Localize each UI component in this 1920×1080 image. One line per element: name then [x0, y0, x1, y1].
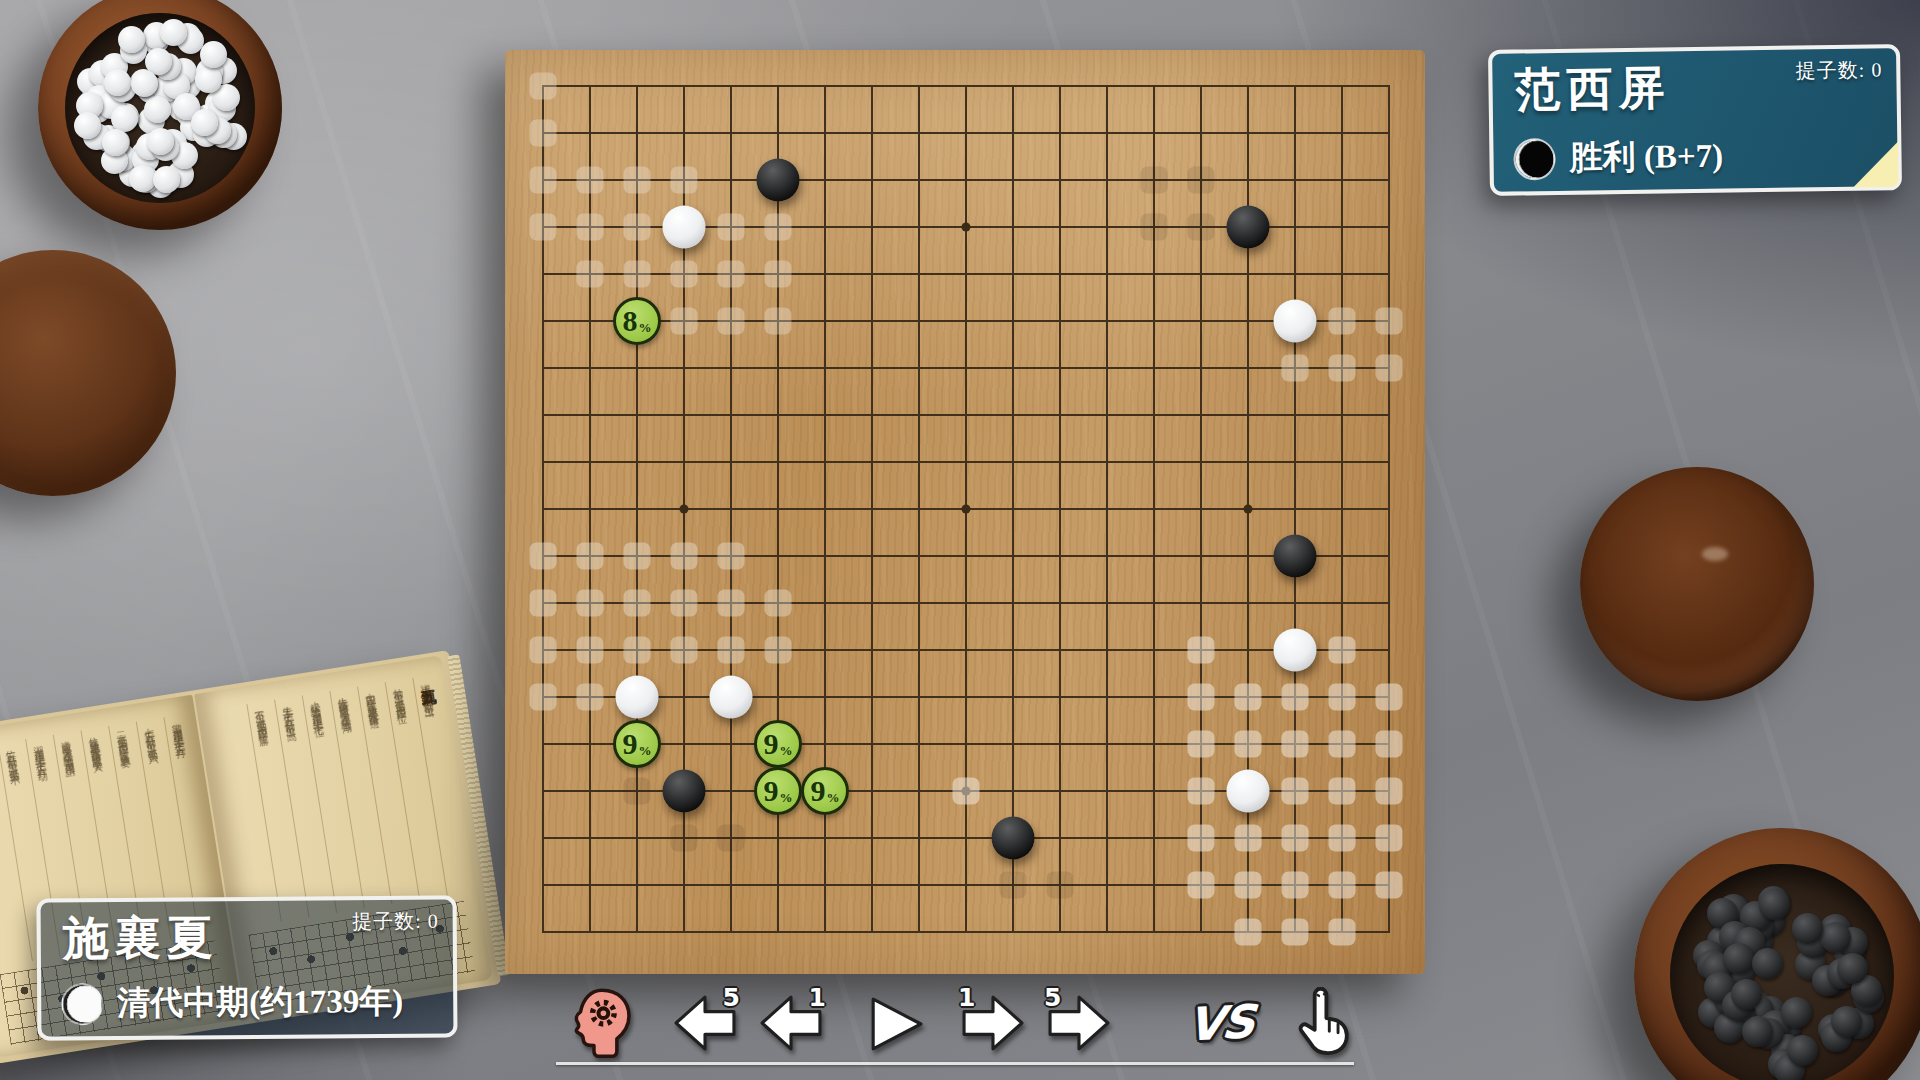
white-territory-marker: [671, 308, 698, 335]
white-stone: [710, 676, 753, 719]
black-territory-marker: [671, 825, 698, 852]
white-territory-marker: [1282, 684, 1309, 711]
white-territory-marker: [1376, 308, 1403, 335]
white-territory-marker: [1282, 355, 1309, 382]
white-territory-marker: [1235, 919, 1262, 946]
white-territory-marker: [1329, 684, 1356, 711]
white-territory-marker: [765, 308, 792, 335]
black-territory-marker: [624, 778, 651, 805]
white-territory-marker: [765, 637, 792, 664]
move-hint[interactable]: 9%: [613, 720, 661, 768]
play-icon: [868, 996, 924, 1052]
play-button[interactable]: [868, 996, 924, 1052]
white-territory-marker: [1329, 872, 1356, 899]
white-territory-marker: [1282, 778, 1309, 805]
white-territory-marker: [1188, 637, 1215, 664]
bowl-white-stone: [191, 109, 218, 136]
white-territory-marker: [1188, 872, 1215, 899]
arrow-right-icon: [962, 995, 1024, 1051]
white-territory-marker: [718, 261, 745, 288]
black-territory-marker: [1047, 872, 1074, 899]
back-1-button[interactable]: 1: [760, 995, 822, 1051]
versus-label: VS: [1186, 994, 1255, 1051]
white-territory-marker: [624, 637, 651, 664]
black-stone: [992, 817, 1035, 860]
white-territory-marker: [1188, 778, 1215, 805]
white-territory-marker: [577, 543, 604, 570]
white-territory-marker: [671, 637, 698, 664]
bowl-black-stone: [1759, 889, 1790, 920]
bowl-black-stone: [1831, 1006, 1862, 1037]
arrow-left-icon: [674, 995, 736, 1051]
move-hint[interactable]: 8%: [613, 297, 661, 345]
white-territory-marker: [624, 214, 651, 241]
white-territory-marker: [1282, 872, 1309, 899]
white-territory-marker: [718, 590, 745, 617]
winner-fold-icon: [1852, 141, 1899, 188]
white-territory-marker: [624, 543, 651, 570]
white-territory-marker: [530, 543, 557, 570]
white-territory-marker: [1329, 778, 1356, 805]
white-territory-marker: [577, 684, 604, 711]
go-game-scene: 當湖十局棋譜先手十七位五三打七位五三打劫不可出二高低當六二高低當六十段四平位勝負…: [0, 0, 1920, 1080]
black-territory-marker: [1141, 167, 1168, 194]
board-grid[interactable]: 8%9%9%9%9%: [542, 85, 1390, 933]
white-territory-marker: [577, 590, 604, 617]
bowl-black-stone: [1781, 997, 1812, 1028]
bowl-white-stone: [104, 69, 131, 96]
player-name: 施襄夏: [63, 907, 219, 970]
ai-analysis-button[interactable]: [563, 986, 633, 1062]
bowl-black-stone: [1837, 953, 1868, 984]
move-hint[interactable]: 9%: [801, 767, 849, 815]
bowl-white-stone: [160, 19, 187, 46]
white-territory-marker: [1329, 919, 1356, 946]
white-territory-marker: [624, 167, 651, 194]
star-point: [962, 223, 971, 232]
white-stones: [65, 13, 255, 203]
white-territory-marker: [1188, 825, 1215, 852]
white-territory-marker: [765, 590, 792, 617]
white-territory-marker: [718, 214, 745, 241]
star-point: [962, 505, 971, 514]
white-territory-marker: [765, 214, 792, 241]
black-stone: [757, 159, 800, 202]
white-territory-marker: [1282, 825, 1309, 852]
white-territory-marker: [577, 261, 604, 288]
white-stone-icon: [61, 983, 103, 1025]
white-territory-marker: [1329, 731, 1356, 758]
white-territory-marker: [1376, 684, 1403, 711]
white-territory-marker: [577, 637, 604, 664]
white-territory-marker: [671, 543, 698, 570]
black-stones: [1670, 864, 1894, 1080]
white-territory-marker: [671, 167, 698, 194]
forward-5-button[interactable]: 5: [1048, 995, 1110, 1051]
white-territory-marker: [1376, 731, 1403, 758]
white-territory-marker: [577, 167, 604, 194]
white-territory-marker: [1235, 684, 1262, 711]
white-territory-marker: [577, 214, 604, 241]
move-hint[interactable]: 9%: [754, 767, 802, 815]
black-territory-marker: [1188, 214, 1215, 241]
head-gear-icon: [563, 986, 633, 1062]
arrow-right-icon: [1048, 995, 1110, 1051]
result-text: 胜利 (B+7): [1569, 134, 1723, 181]
white-territory-marker: [530, 684, 557, 711]
white-territory-marker: [718, 308, 745, 335]
bowl-white-stone: [74, 112, 101, 139]
black-stones-bowl: [1634, 828, 1920, 1080]
captures-count: 提子数: 0: [352, 908, 439, 936]
black-stone: [663, 770, 706, 813]
white-territory-marker: [1376, 355, 1403, 382]
white-territory-marker: [1329, 308, 1356, 335]
white-stone: [1274, 629, 1317, 672]
bowl-black-stone: [1820, 922, 1851, 953]
bowl-white-stone: [118, 26, 145, 53]
white-territory-marker: [1188, 684, 1215, 711]
black-territory-marker: [718, 825, 745, 852]
back-5-button[interactable]: 5: [674, 995, 736, 1051]
white-territory-marker: [624, 590, 651, 617]
white-territory-marker: [1188, 731, 1215, 758]
star-point: [680, 505, 689, 514]
white-territory-marker: [1235, 825, 1262, 852]
white-territory-marker: [718, 543, 745, 570]
white-territory-marker: [1329, 825, 1356, 852]
era-text: 清代中期(约1739年): [117, 979, 403, 1026]
white-territory-marker: [530, 120, 557, 147]
white-territory-marker: [953, 778, 980, 805]
white-territory-marker: [1235, 872, 1262, 899]
white-territory-marker: [530, 73, 557, 100]
bowl-black-stone: [1742, 1016, 1773, 1047]
white-stone: [1274, 300, 1317, 343]
white-territory-marker: [671, 590, 698, 617]
versus-button[interactable]: VS: [1186, 994, 1255, 1051]
hand-pointer-button[interactable]: [1292, 986, 1352, 1056]
black-stone: [1227, 206, 1270, 249]
bowl-white-stone: [200, 41, 227, 68]
white-territory-marker: [1376, 872, 1403, 899]
bowl-white-stone: [111, 105, 138, 132]
bowl-white-stone: [131, 70, 158, 97]
white-stone: [663, 206, 706, 249]
black-territory-marker: [1188, 167, 1215, 194]
bowl-white-stone: [153, 166, 180, 193]
white-territory-marker: [1282, 731, 1309, 758]
white-stone: [1227, 770, 1270, 813]
white-territory-marker: [530, 590, 557, 617]
player-name: 范西屏: [1514, 57, 1671, 121]
bowl-black-stone: [1731, 979, 1762, 1010]
player-card-white: 提子数: 0 施襄夏 清代中期(约1739年): [37, 896, 458, 1041]
replay-progress-bar[interactable]: [556, 1062, 1354, 1065]
move-hint[interactable]: 9%: [754, 720, 802, 768]
arrow-left-icon: [760, 995, 822, 1051]
white-stones-bowl: [38, 0, 282, 230]
white-territory-marker: [530, 214, 557, 241]
go-board[interactable]: 8%9%9%9%9%: [505, 50, 1425, 974]
captures-count: 提子数: 0: [1796, 56, 1883, 84]
white-territory-marker: [718, 637, 745, 664]
white-territory-marker: [1376, 825, 1403, 852]
black-stone-icon: [1513, 137, 1556, 180]
star-point: [1244, 505, 1253, 514]
black-stone: [1274, 535, 1317, 578]
white-territory-marker: [530, 637, 557, 664]
white-territory-marker: [1282, 919, 1309, 946]
white-stone: [616, 676, 659, 719]
white-territory-marker: [765, 261, 792, 288]
white-territory-marker: [624, 261, 651, 288]
bowl-black-stone: [1752, 948, 1783, 979]
white-territory-marker: [1235, 731, 1262, 758]
bowl-lid-icon: [0, 250, 176, 496]
bowl-white-stone: [195, 66, 222, 93]
bowl-black-stone: [1787, 1035, 1818, 1066]
bowl-lid-icon: [1580, 467, 1814, 701]
white-territory-marker: [530, 167, 557, 194]
bowl-white-stone: [144, 96, 171, 123]
player-card-black: 提子数: 0 范西屏 胜利 (B+7): [1488, 44, 1902, 196]
black-territory-marker: [1141, 214, 1168, 241]
white-territory-marker: [1329, 355, 1356, 382]
white-territory-marker: [1376, 778, 1403, 805]
bowl-black-stone: [1723, 943, 1754, 974]
forward-1-button[interactable]: 1: [962, 995, 1024, 1051]
white-territory-marker: [1329, 637, 1356, 664]
black-territory-marker: [1000, 872, 1027, 899]
white-territory-marker: [671, 261, 698, 288]
hand-pointer-icon: [1292, 986, 1352, 1056]
